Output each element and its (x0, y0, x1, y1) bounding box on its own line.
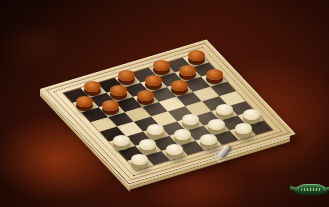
white-piece-r6c5[interactable]: ⛀ (208, 119, 225, 130)
white-piece-r7c2[interactable]: ⛀ (166, 144, 183, 155)
white-piece-r6c3[interactable]: ⛀ (174, 129, 191, 140)
white-piece-r5c0[interactable]: ⛀ (113, 135, 130, 146)
dark-piece-r2c5[interactable]: ⛂ (171, 80, 188, 91)
white-piece-r7c4[interactable]: ⛀ (200, 134, 217, 145)
white-piece-r6c7[interactable]: ⛀ (243, 109, 260, 120)
dark-piece-r1c0[interactable]: ⛂ (76, 96, 93, 107)
dark-piece-r1c4[interactable]: ⛂ (145, 75, 162, 86)
dark-piece-r1c6[interactable]: ⛂ (179, 65, 196, 76)
table-background: ⛂⛂⛂⛂⛂⛂⛂⛂⛂⛂⛂⛂⛀⛀⛀⛀⛀⛀⛀⛀⛀⛀⛀⛀ (0, 0, 329, 207)
winged-badge-logo-icon (295, 184, 327, 196)
dark-piece-r0c5[interactable]: ⛂ (153, 60, 170, 71)
logo-text-illegible (301, 188, 321, 191)
white-piece-r5c4[interactable]: ⛀ (182, 114, 199, 125)
dark-piece-r2c3[interactable]: ⛂ (137, 90, 154, 101)
dark-piece-r0c1[interactable]: ⛂ (84, 81, 101, 92)
dark-piece-r0c7[interactable]: ⛂ (188, 50, 205, 61)
